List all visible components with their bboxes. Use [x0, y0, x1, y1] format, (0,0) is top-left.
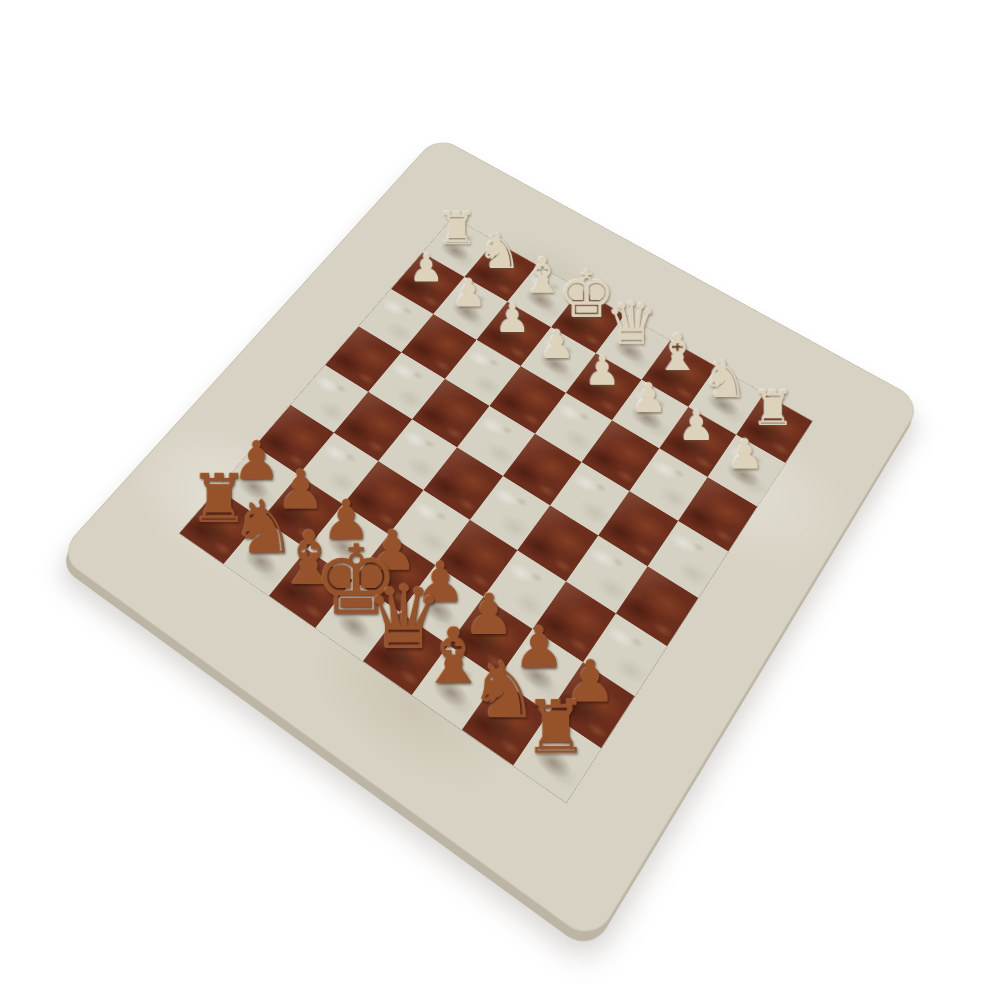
piece-red-rook-a8: ♜ [523, 692, 589, 765]
board-grid: ♜♞♝♚♛♝♞♜♟♟♟♟♟♟♟♟♟♟♟♟♟♟♟♟♜♞♝♚♛♝♞♜ [179, 218, 812, 803]
piece-cream-queen-d1: ♛ [605, 294, 658, 353]
piece-cream-rook-a1: ♜ [751, 385, 795, 434]
piece-cream-pawn-d2: ♟ [584, 351, 620, 391]
piece-cream-knight-g1: ♞ [477, 227, 521, 276]
piece-cream-pawn-c2: ♟ [631, 378, 667, 419]
piece-cream-knight-b1: ♞ [701, 354, 748, 406]
piece-cream-pawn-f2: ♟ [495, 299, 530, 338]
marble-chess-board: ♜♞♝♚♛♝♞♜♟♟♟♟♟♟♟♟♟♟♟♟♟♟♟♟♜♞♝♚♛♝♞♜ [57, 136, 923, 945]
piece-cream-pawn-e2: ♟ [539, 325, 575, 365]
piece-cream-pawn-h2: ♟ [409, 249, 443, 287]
piece-cream-bishop-c1: ♝ [655, 327, 701, 378]
photo-scene: ♜♞♝♚♛♝♞♜♟♟♟♟♟♟♟♟♟♟♟♟♟♟♟♟♜♞♝♚♛♝♞♜ [0, 0, 1000, 1000]
piece-cream-pawn-b2: ♟ [678, 405, 715, 446]
product-photo-background: ♜♞♝♚♛♝♞♜♟♟♟♟♟♟♟♟♟♟♟♟♟♟♟♟♜♞♝♚♛♝♞♜ [0, 0, 1000, 1000]
square-a8: ♜ [513, 713, 601, 802]
piece-cream-pawn-g2: ♟ [452, 274, 487, 313]
piece-cream-pawn-a2: ♟ [727, 434, 764, 476]
